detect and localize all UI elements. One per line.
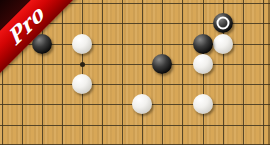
grid-line [0,125,270,126]
last-move-marker [217,17,230,30]
grid-line [102,0,103,145]
grid-line [122,0,123,145]
white-stone [213,34,233,54]
grid-line [182,0,183,145]
grid-line [82,0,83,145]
grid-line [0,144,270,145]
black-stone [213,13,233,33]
grid-line [62,0,63,145]
black-stone [193,34,213,54]
white-stone [132,94,152,114]
go-board-thumbnail: Pro [0,0,270,145]
white-stone [193,94,213,114]
black-stone [152,54,172,74]
grid-line [0,64,270,65]
star-point [80,62,85,67]
board-right-edge [268,0,270,145]
grid-line [263,0,264,145]
grid-line [142,0,143,145]
white-stone [193,54,213,74]
white-stone [72,74,92,94]
grid-line [0,84,270,85]
grid-line [243,0,244,145]
white-stone [72,34,92,54]
